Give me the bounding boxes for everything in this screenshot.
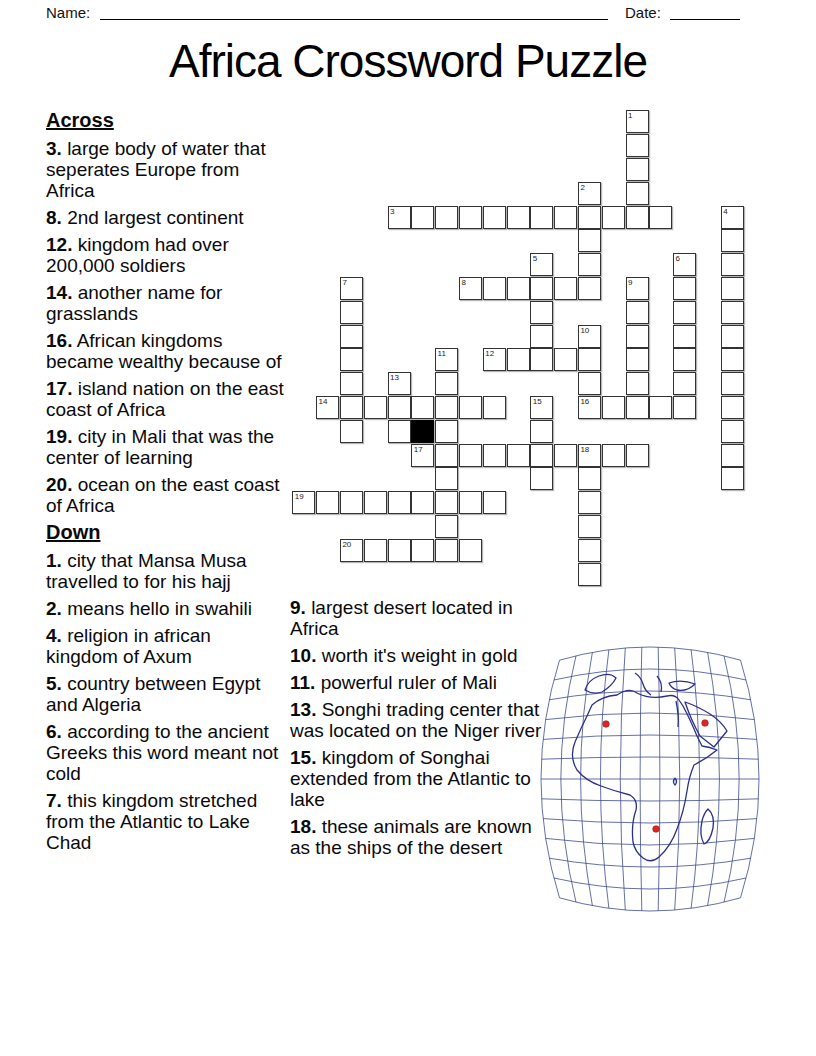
grid-cell[interactable] xyxy=(435,372,458,395)
grid-cell[interactable] xyxy=(459,491,482,514)
cell-number: 19 xyxy=(295,492,304,501)
clue-7: 7. this kingdom stretched from the Atlan… xyxy=(46,790,284,853)
grid-cell[interactable] xyxy=(721,467,744,490)
grid-cell[interactable] xyxy=(388,491,411,514)
grid-cell[interactable] xyxy=(673,301,696,324)
cell-number: 17 xyxy=(414,445,423,454)
cell-number: 5 xyxy=(533,254,537,263)
grid-cell[interactable] xyxy=(411,491,434,514)
grid-cell[interactable]: 5 xyxy=(530,253,553,276)
grid-cell[interactable] xyxy=(721,348,744,371)
cell-number: 15 xyxy=(533,397,542,406)
grid-cell[interactable] xyxy=(483,277,506,300)
cell-number: 13 xyxy=(390,373,399,382)
grid-cell[interactable] xyxy=(721,301,744,324)
down-clue-list-left: 1. city that Mansa Musa travelled to for… xyxy=(46,550,284,853)
grid-cell[interactable]: 1 xyxy=(626,110,649,133)
across-heading: Across xyxy=(46,110,284,131)
grid-cell[interactable] xyxy=(459,539,482,562)
cell-number: 9 xyxy=(628,278,632,287)
grid-cell[interactable] xyxy=(530,206,553,229)
grid-cell[interactable] xyxy=(316,491,339,514)
grid-cell[interactable]: 8 xyxy=(459,277,482,300)
grid-cell[interactable] xyxy=(554,444,577,467)
down-clue-list-right: 9. largest desert located in Africa10. w… xyxy=(290,597,542,858)
grid-cell[interactable] xyxy=(388,396,411,419)
grid-cell[interactable] xyxy=(388,539,411,562)
grid-cell[interactable] xyxy=(435,467,458,490)
grid-cell[interactable]: 9 xyxy=(626,277,649,300)
grid-cell[interactable] xyxy=(388,420,411,443)
map-coastline xyxy=(701,809,714,844)
grid-cell[interactable]: 4 xyxy=(721,206,744,229)
grid-cell[interactable] xyxy=(483,444,506,467)
cell-number: 8 xyxy=(461,278,465,287)
cell-number: 1 xyxy=(628,111,632,120)
grid-cell[interactable] xyxy=(578,253,601,276)
map-coastline xyxy=(572,690,717,860)
grid-cell[interactable] xyxy=(435,515,458,538)
grid-cell[interactable]: 6 xyxy=(673,253,696,276)
grid-cell[interactable] xyxy=(530,301,553,324)
grid-cell[interactable] xyxy=(507,206,530,229)
cell-number: 4 xyxy=(723,207,727,216)
cell-number: 6 xyxy=(676,254,680,263)
map-marker-dot xyxy=(653,826,660,833)
grid-cell[interactable] xyxy=(626,158,649,181)
grid-cell[interactable] xyxy=(578,277,601,300)
grid-cell[interactable] xyxy=(435,396,458,419)
grid-cell[interactable] xyxy=(364,539,387,562)
grid-cell[interactable] xyxy=(483,206,506,229)
grid-cell[interactable] xyxy=(530,277,553,300)
grid-cell[interactable]: 2 xyxy=(578,182,601,205)
cell-number: 10 xyxy=(580,326,589,335)
map-graticule xyxy=(541,647,759,911)
cell-number: 7 xyxy=(342,278,346,287)
grid-cell[interactable] xyxy=(578,539,601,562)
clue-16: 16. African kingdoms became wealthy beca… xyxy=(46,330,284,372)
africa-map-svg xyxy=(538,643,763,918)
grid-cell[interactable] xyxy=(578,229,601,252)
grid-cell[interactable] xyxy=(340,372,363,395)
grid-cell[interactable] xyxy=(340,348,363,371)
grid-cell[interactable]: 17 xyxy=(411,444,434,467)
grid-cell[interactable] xyxy=(673,325,696,348)
grid-cell[interactable] xyxy=(554,206,577,229)
cell-number: 18 xyxy=(580,445,589,454)
grid-cell[interactable] xyxy=(721,372,744,395)
clue-17: 17. island nation on the east coast of A… xyxy=(46,378,284,420)
down-heading: Down xyxy=(46,522,284,543)
across-clue-list: 3. large body of water that seperates Eu… xyxy=(46,138,284,516)
grid-cell[interactable] xyxy=(459,396,482,419)
grid-cell[interactable] xyxy=(435,420,458,443)
clue-19: 19. city in Mali that was the center of … xyxy=(46,426,284,468)
date-label: Date: xyxy=(625,4,661,21)
grid-cell[interactable] xyxy=(673,372,696,395)
grid-cell[interactable] xyxy=(578,206,601,229)
map-marker-dot xyxy=(603,721,610,728)
cell-number: 3 xyxy=(390,207,394,216)
name-label: Name: xyxy=(46,4,90,21)
grid-cell[interactable] xyxy=(721,396,744,419)
grid-cell[interactable] xyxy=(649,206,672,229)
grid-cell[interactable] xyxy=(411,539,434,562)
grid-cell[interactable] xyxy=(721,253,744,276)
map-coastline xyxy=(669,681,695,690)
black-cell xyxy=(411,420,434,443)
grid-cell[interactable] xyxy=(626,301,649,324)
grid-cell[interactable] xyxy=(459,444,482,467)
grid-cell[interactable] xyxy=(435,444,458,467)
cell-number: 20 xyxy=(342,540,351,549)
clue-5: 5. country between Egypt and Algeria xyxy=(46,673,284,715)
grid-cell[interactable]: 12 xyxy=(483,348,506,371)
grid-cell[interactable] xyxy=(673,277,696,300)
clue-6: 6. according to the ancient Greeks this … xyxy=(46,721,284,784)
grid-cell[interactable] xyxy=(530,420,553,443)
grid-cell[interactable] xyxy=(626,182,649,205)
clue-11: 11. powerful ruler of Mali xyxy=(290,672,542,693)
grid-cell[interactable] xyxy=(340,301,363,324)
grid-cell[interactable] xyxy=(673,348,696,371)
grid-cell[interactable]: 15 xyxy=(530,396,553,419)
grid-cell[interactable] xyxy=(578,515,601,538)
grid-cell[interactable] xyxy=(340,491,363,514)
clue-12: 12. kingdom had over 200,000 soldiers xyxy=(46,234,284,276)
grid-cell[interactable]: 14 xyxy=(316,396,339,419)
grid-cell[interactable]: 11 xyxy=(435,348,458,371)
grid-cell[interactable] xyxy=(578,467,601,490)
grid-cell[interactable] xyxy=(435,539,458,562)
grid-cell[interactable] xyxy=(721,229,744,252)
grid-cell[interactable] xyxy=(459,206,482,229)
crossword-grid: 1234567891011121314151617181920 xyxy=(292,110,745,587)
grid-cell[interactable]: 7 xyxy=(340,277,363,300)
grid-cell[interactable]: 10 xyxy=(578,325,601,348)
grid-cell[interactable] xyxy=(530,325,553,348)
clue-8: 8. 2nd largest continent xyxy=(46,207,284,228)
grid-cell[interactable] xyxy=(530,467,553,490)
clue-10: 10. worth it's weight in gold xyxy=(290,645,542,666)
grid-cell[interactable] xyxy=(411,206,434,229)
grid-cell[interactable] xyxy=(626,444,649,467)
clues-left-column: Across 3. large body of water that seper… xyxy=(46,110,284,859)
grid-cell[interactable] xyxy=(435,491,458,514)
grid-cell[interactable] xyxy=(626,348,649,371)
cell-number: 12 xyxy=(485,349,494,358)
map-marker-dot xyxy=(702,720,709,727)
clue-4: 4. religion in african kingdom of Axum xyxy=(46,625,284,667)
cell-number: 14 xyxy=(319,397,328,406)
clue-2: 2. means hello in swahili xyxy=(46,598,284,619)
clue-1: 1. city that Mansa Musa travelled to for… xyxy=(46,550,284,592)
grid-cell[interactable] xyxy=(554,348,577,371)
grid-cell[interactable] xyxy=(649,396,672,419)
grid-cell[interactable] xyxy=(602,444,625,467)
grid-cell[interactable] xyxy=(530,348,553,371)
map-coastline xyxy=(585,674,616,693)
grid-cell[interactable] xyxy=(578,563,601,586)
clue-20: 20. ocean on the east coast of Africa xyxy=(46,474,284,516)
grid-cell[interactable] xyxy=(602,396,625,419)
cell-number: 2 xyxy=(580,183,584,192)
grid-cell[interactable] xyxy=(340,396,363,419)
clue-15: 15. kingdom of Songhai extended from the… xyxy=(290,747,542,810)
grid-cell[interactable] xyxy=(530,444,553,467)
grid-cell[interactable] xyxy=(507,444,530,467)
grid-cell[interactable] xyxy=(673,396,696,419)
grid-cell[interactable] xyxy=(626,325,649,348)
date-blank-line[interactable] xyxy=(670,19,740,20)
grid-cell[interactable]: 18 xyxy=(578,444,601,467)
grid-cell[interactable] xyxy=(721,420,744,443)
clue-14: 14. another name for grasslands xyxy=(46,282,284,324)
grid-cell[interactable]: 20 xyxy=(340,539,363,562)
grid-cell[interactable] xyxy=(411,396,434,419)
grid-cell[interactable] xyxy=(483,491,506,514)
grid-cell[interactable]: 19 xyxy=(292,491,315,514)
page-title: Africa Crossword Puzzle xyxy=(0,34,816,88)
clue-9: 9. largest desert located in Africa xyxy=(290,597,542,639)
cell-number: 11 xyxy=(438,349,446,358)
grid-cell[interactable] xyxy=(721,444,744,467)
grid-cell[interactable] xyxy=(435,206,458,229)
grid-cell[interactable]: 16 xyxy=(578,396,601,419)
grid-cell[interactable] xyxy=(340,420,363,443)
clues-right-column: 9. largest desert located in Africa10. w… xyxy=(290,597,542,864)
grid-cell[interactable] xyxy=(602,206,625,229)
grid-cell[interactable] xyxy=(364,396,387,419)
grid-cell[interactable] xyxy=(578,372,601,395)
map-coastline xyxy=(635,673,651,695)
grid-cell[interactable] xyxy=(626,396,649,419)
clue-3: 3. large body of water that seperates Eu… xyxy=(46,138,284,201)
clue-18: 18. these animals are known as the ships… xyxy=(290,816,542,858)
grid-cell[interactable] xyxy=(340,325,363,348)
grid-cell[interactable] xyxy=(626,372,649,395)
grid-cell[interactable] xyxy=(721,325,744,348)
grid-cell[interactable] xyxy=(364,491,387,514)
grid-cell[interactable]: 3 xyxy=(388,206,411,229)
grid-cell[interactable] xyxy=(578,491,601,514)
clue-13: 13. Songhi trading center that was locat… xyxy=(290,699,542,741)
grid-cell[interactable] xyxy=(483,396,506,419)
grid-cell[interactable] xyxy=(578,348,601,371)
cell-number: 16 xyxy=(580,397,589,406)
name-blank-line[interactable] xyxy=(100,19,608,20)
grid-cell[interactable] xyxy=(626,206,649,229)
grid-cell[interactable] xyxy=(626,134,649,157)
grid-cell[interactable] xyxy=(721,277,744,300)
grid-cell[interactable] xyxy=(507,277,530,300)
grid-cell[interactable] xyxy=(507,348,530,371)
map-coastline xyxy=(674,778,677,785)
grid-cell[interactable] xyxy=(554,277,577,300)
grid-cell[interactable]: 13 xyxy=(388,372,411,395)
africa-map xyxy=(538,643,763,918)
